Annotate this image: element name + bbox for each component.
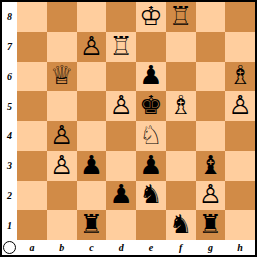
piece-bK-e5: ♚ <box>139 92 162 118</box>
rank-label-7: 7 <box>2 32 17 62</box>
square-h3[interactable] <box>225 151 255 181</box>
square-e3[interactable]: ♟ <box>136 151 166 181</box>
piece-wP-h5: ♙ <box>228 92 251 118</box>
piece-wK-e8: ♔ <box>139 3 162 29</box>
file-label-d: d <box>106 240 136 255</box>
file-label-a: a <box>17 240 47 255</box>
square-f3[interactable] <box>166 151 196 181</box>
square-c4[interactable] <box>77 121 107 151</box>
piece-wP-b3: ♙ <box>50 152 73 178</box>
file-label-e: e <box>136 240 166 255</box>
square-e1[interactable] <box>136 210 166 240</box>
square-a3[interactable] <box>17 151 47 181</box>
square-b7[interactable] <box>47 32 77 62</box>
square-b2[interactable] <box>47 181 77 211</box>
square-f8[interactable]: ♖ <box>166 2 196 32</box>
square-g2[interactable]: ♙ <box>196 181 226 211</box>
white-to-move-icon <box>3 241 16 254</box>
square-a5[interactable] <box>17 91 47 121</box>
square-g8[interactable] <box>196 2 226 32</box>
piece-wR-d7: ♖ <box>109 33 132 59</box>
square-g1[interactable]: ♜ <box>196 210 226 240</box>
square-b1[interactable] <box>47 210 77 240</box>
square-h7[interactable] <box>225 32 255 62</box>
file-label-h: h <box>225 240 255 255</box>
square-g7[interactable] <box>196 32 226 62</box>
square-e5[interactable]: ♚ <box>136 91 166 121</box>
square-c6[interactable] <box>77 62 107 92</box>
square-f6[interactable] <box>166 62 196 92</box>
piece-bR-c1: ♜ <box>80 211 103 237</box>
square-f4[interactable] <box>166 121 196 151</box>
square-e2[interactable]: ♞ <box>136 181 166 211</box>
square-g4[interactable] <box>196 121 226 151</box>
file-label-g: g <box>196 240 226 255</box>
piece-wN-e4: ♘ <box>139 122 162 148</box>
piece-wR-f8: ♖ <box>169 3 192 29</box>
piece-wQ-b6: ♕ <box>50 62 73 88</box>
piece-bB-g3: ♝ <box>199 152 222 178</box>
rank-label-2: 2 <box>2 181 17 211</box>
square-d8[interactable] <box>106 2 136 32</box>
square-g3[interactable]: ♝ <box>196 151 226 181</box>
square-a2[interactable] <box>17 181 47 211</box>
square-d4[interactable] <box>106 121 136 151</box>
piece-bP-e3: ♟ <box>139 152 162 178</box>
square-d5[interactable]: ♙ <box>106 91 136 121</box>
piece-bP-d2: ♟ <box>109 181 132 207</box>
square-h6[interactable]: ♗ <box>225 62 255 92</box>
square-c5[interactable] <box>77 91 107 121</box>
square-g5[interactable] <box>196 91 226 121</box>
square-c1[interactable]: ♜ <box>77 210 107 240</box>
file-labels: abcdefgh <box>17 240 255 255</box>
square-a4[interactable] <box>17 121 47 151</box>
square-b5[interactable] <box>47 91 77 121</box>
piece-wP-b4: ♙ <box>50 122 73 148</box>
square-d3[interactable] <box>106 151 136 181</box>
square-d2[interactable]: ♟ <box>106 181 136 211</box>
square-h1[interactable] <box>225 210 255 240</box>
square-e4[interactable]: ♘ <box>136 121 166 151</box>
square-b6[interactable]: ♕ <box>47 62 77 92</box>
square-c8[interactable] <box>77 2 107 32</box>
square-h8[interactable] <box>225 2 255 32</box>
square-b3[interactable]: ♙ <box>47 151 77 181</box>
square-h2[interactable] <box>225 181 255 211</box>
square-d6[interactable] <box>106 62 136 92</box>
file-label-b: b <box>47 240 77 255</box>
square-g6[interactable] <box>196 62 226 92</box>
square-a1[interactable] <box>17 210 47 240</box>
rank-label-1: 1 <box>2 210 17 240</box>
chess-board: ♔♖♙♖♕♟♗♙♚♗♙♙♘♙♟♟♝♟♞♙♜♞♜ <box>17 2 255 240</box>
rank-label-4: 4 <box>2 121 17 151</box>
rank-label-3: 3 <box>2 151 17 181</box>
square-d7[interactable]: ♖ <box>106 32 136 62</box>
square-b8[interactable] <box>47 2 77 32</box>
rank-label-5: 5 <box>2 91 17 121</box>
square-d1[interactable] <box>106 210 136 240</box>
piece-wP-g2: ♙ <box>199 181 222 207</box>
file-label-f: f <box>166 240 196 255</box>
piece-bN-f1: ♞ <box>169 211 192 237</box>
square-e7[interactable] <box>136 32 166 62</box>
piece-wB-f5: ♗ <box>169 92 192 118</box>
square-e8[interactable]: ♔ <box>136 2 166 32</box>
square-f7[interactable] <box>166 32 196 62</box>
rank-label-6: 6 <box>2 62 17 92</box>
square-f1[interactable]: ♞ <box>166 210 196 240</box>
piece-bP-c3: ♟ <box>80 152 103 178</box>
square-h4[interactable] <box>225 121 255 151</box>
piece-bR-g1: ♜ <box>199 211 222 237</box>
square-b4[interactable]: ♙ <box>47 121 77 151</box>
square-f5[interactable]: ♗ <box>166 91 196 121</box>
piece-wB-h6: ♗ <box>228 62 251 88</box>
square-c3[interactable]: ♟ <box>77 151 107 181</box>
square-c7[interactable]: ♙ <box>77 32 107 62</box>
square-a8[interactable] <box>17 2 47 32</box>
piece-wP-d5: ♙ <box>109 92 132 118</box>
square-a6[interactable] <box>17 62 47 92</box>
rank-labels: 87654321 <box>2 2 17 240</box>
square-e6[interactable]: ♟ <box>136 62 166 92</box>
square-f2[interactable] <box>166 181 196 211</box>
rank-label-8: 8 <box>2 2 17 32</box>
chess-diagram: 87654321 ♔♖♙♖♕♟♗♙♚♗♙♙♘♙♟♟♝♟♞♙♜♞♜ abcdefg… <box>0 0 257 257</box>
file-label-c: c <box>77 240 107 255</box>
piece-wP-c7: ♙ <box>80 33 103 59</box>
square-c2[interactable] <box>77 181 107 211</box>
square-a7[interactable] <box>17 32 47 62</box>
piece-bP-e6: ♟ <box>139 62 162 88</box>
turn-indicator <box>2 240 17 255</box>
piece-bN-e2: ♞ <box>139 181 162 207</box>
square-h5[interactable]: ♙ <box>225 91 255 121</box>
